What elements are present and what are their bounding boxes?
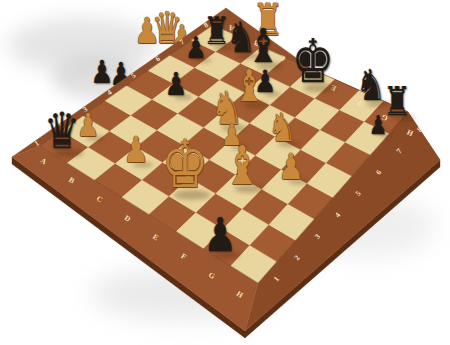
piece-black-king-e8[interactable]: ♚ xyxy=(291,31,334,91)
piece-white-pawn-g4[interactable]: ♟ xyxy=(278,149,304,185)
piece-white-pawn-c2[interactable]: ♟ xyxy=(123,132,149,168)
piece-black-queen-a1[interactable]: ♛ xyxy=(44,106,80,156)
piece-white-bishop-f3[interactable]: ♝ xyxy=(223,139,261,192)
piece-black-pawn-a7[interactable]: ♟ xyxy=(185,33,207,63)
piece-white-king-e2[interactable]: ♚ xyxy=(161,132,208,198)
piece-white-pawn-a2[interactable]: ♟ xyxy=(77,109,100,141)
piece-black-pawn-h7[interactable]: ♟ xyxy=(369,112,388,138)
piece-layer: ♜♞♟♝♚♟♟♞♝♜♞♟♟♞♟♛♟♟♝♚♟ xyxy=(0,0,450,345)
piece-black-pawn-g1[interactable]: ♟ xyxy=(203,211,237,258)
piece-black-pawn-a5[interactable]: ♟ xyxy=(165,68,188,100)
chessboard-photo: ♟♟♟♛♟♜ A11AB22BC33CD44DE55EF66FG77GH88H … xyxy=(0,0,450,345)
piece-white-knight-f5[interactable]: ♞ xyxy=(268,107,297,147)
